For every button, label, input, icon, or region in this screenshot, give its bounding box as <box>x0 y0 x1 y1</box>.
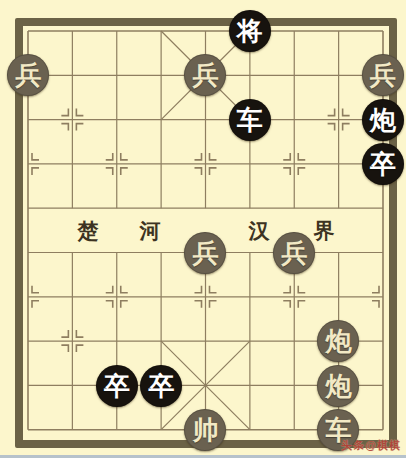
piece-black-cannon[interactable]: 炮 <box>362 99 404 141</box>
board-grid: 将兵兵兵车炮卒兵兵炮卒卒炮帅车 <box>6 9 405 452</box>
piece-red-soldier[interactable]: 兵 <box>7 54 49 96</box>
piece-black-chariot[interactable]: 车 <box>229 99 271 141</box>
piece-red-general[interactable]: 帅 <box>184 409 226 451</box>
piece-red-soldier[interactable]: 兵 <box>273 232 315 274</box>
watermark: 头条@棋棋 <box>341 438 401 453</box>
piece-black-soldier[interactable]: 卒 <box>362 143 404 185</box>
piece-red-cannon[interactable]: 炮 <box>317 365 359 407</box>
piece-red-soldier[interactable]: 兵 <box>362 54 404 96</box>
piece-red-soldier[interactable]: 兵 <box>184 54 226 96</box>
xiangqi-board-screenshot: 楚 河 汉 界 将兵兵兵车炮卒兵兵炮卒卒炮帅车 头条@棋棋 <box>0 0 406 458</box>
piece-red-soldier[interactable]: 兵 <box>184 232 226 274</box>
piece-black-soldier[interactable]: 卒 <box>140 365 182 407</box>
piece-black-soldier[interactable]: 卒 <box>96 365 138 407</box>
piece-black-general[interactable]: 将 <box>229 10 271 52</box>
piece-red-cannon[interactable]: 炮 <box>317 320 359 362</box>
